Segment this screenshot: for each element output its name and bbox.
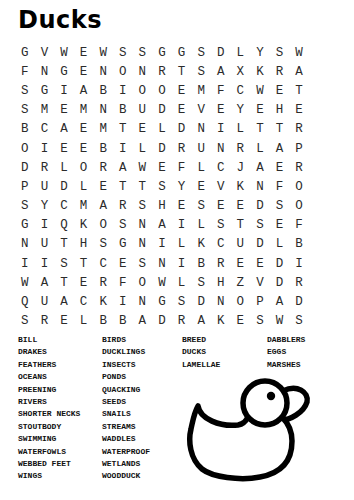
grid-cell-r15-c12: E — [231, 312, 251, 331]
grid-cell-r1-c2: V — [35, 43, 55, 62]
word-list-item: INSECTS — [102, 359, 150, 371]
grid-cell-r11-c11: C — [211, 235, 231, 254]
grid-cell-r11-c3: T — [54, 235, 74, 254]
word-search-grid: GVWEWSSGGSDLYSWFNGENONRTSAXKRASGIABIOOEM… — [15, 43, 309, 331]
grid-cell-r8-c1: P — [15, 177, 35, 196]
grid-cell-r8-c10: E — [191, 177, 211, 196]
grid-cell-r7-c2: R — [35, 158, 55, 177]
grid-cell-r14-c2: U — [35, 292, 55, 311]
grid-cell-r15-c2: R — [35, 312, 55, 331]
grid-cell-r11-c6: G — [113, 235, 133, 254]
grid-cell-r9-c12: E — [231, 197, 251, 216]
grid-cell-r4-c6: B — [113, 101, 133, 120]
grid-cell-r4-c3: E — [54, 101, 74, 120]
grid-cell-r4-c1: S — [15, 101, 35, 120]
grid-cell-r9-c14: S — [270, 197, 290, 216]
grid-cell-r4-c8: D — [152, 101, 172, 120]
grid-cell-r13-c9: L — [172, 273, 192, 292]
grid-cell-r11-c14: L — [270, 235, 290, 254]
word-list-item: WEBBED FEET — [18, 458, 80, 470]
grid-cell-r8-c3: D — [54, 177, 74, 196]
word-list-item: BREED — [182, 334, 220, 346]
grid-cell-r13-c11: H — [211, 273, 231, 292]
grid-cell-r6-c10: U — [191, 139, 211, 158]
grid-cell-r3-c2: G — [35, 81, 55, 100]
grid-cell-r1-c13: Y — [250, 43, 270, 62]
grid-cell-r8-c14: F — [270, 177, 290, 196]
word-list-item: WINGS — [18, 470, 80, 482]
grid-cell-r6-c4: E — [74, 139, 94, 158]
grid-cell-r10-c8: A — [152, 216, 172, 235]
grid-cell-r1-c5: W — [93, 43, 113, 62]
grid-cell-r10-c11: S — [211, 216, 231, 235]
grid-cell-r11-c13: D — [250, 235, 270, 254]
word-list-item: SHORTER NECKS — [18, 408, 80, 420]
grid-cell-r9-c5: A — [93, 197, 113, 216]
grid-cell-r3-c14: E — [270, 81, 290, 100]
rubber-duck-icon — [183, 378, 313, 486]
grid-cell-r3-c4: A — [74, 81, 94, 100]
grid-cell-r12-c10: B — [191, 254, 211, 273]
grid-cell-r7-c9: F — [172, 158, 192, 177]
grid-cell-r12-c9: I — [172, 254, 192, 273]
grid-cell-r2-c15: A — [289, 62, 309, 81]
grid-cell-r2-c12: X — [231, 62, 251, 81]
grid-cell-r7-c7: W — [133, 158, 153, 177]
grid-cell-r11-c1: N — [15, 235, 35, 254]
grid-cell-r5-c11: I — [211, 120, 231, 139]
grid-cell-r7-c14: E — [270, 158, 290, 177]
grid-cell-r8-c9: Y — [172, 177, 192, 196]
grid-cell-r4-c5: N — [93, 101, 113, 120]
grid-cell-r5-c15: R — [289, 120, 309, 139]
grid-cell-r14-c10: D — [191, 292, 211, 311]
grid-cell-r11-c4: H — [74, 235, 94, 254]
grid-cell-r5-c1: B — [15, 120, 35, 139]
word-list-column-1: BILLDRAKESFEATHERSOCEANSPREENINGRIVERSSH… — [18, 334, 80, 483]
grid-cell-r6-c12: R — [231, 139, 251, 158]
grid-cell-r4-c2: M — [35, 101, 55, 120]
grid-cell-r14-c11: N — [211, 292, 231, 311]
grid-cell-r13-c13: V — [250, 273, 270, 292]
grid-cell-r2-c8: R — [152, 62, 172, 81]
grid-cell-r3-c15: T — [289, 81, 309, 100]
grid-cell-r12-c2: I — [35, 254, 55, 273]
grid-cell-r1-c3: W — [54, 43, 74, 62]
grid-cell-r12-c8: N — [152, 254, 172, 273]
grid-cell-r15-c7: A — [133, 312, 153, 331]
grid-cell-r14-c8: G — [152, 292, 172, 311]
grid-cell-r7-c8: E — [152, 158, 172, 177]
grid-cell-r15-c14: W — [270, 312, 290, 331]
grid-cell-r2-c6: O — [113, 62, 133, 81]
grid-cell-r2-c9: T — [172, 62, 192, 81]
grid-cell-r12-c11: R — [211, 254, 231, 273]
grid-cell-r8-c8: S — [152, 177, 172, 196]
grid-cell-r4-c9: E — [172, 101, 192, 120]
word-list-item: WATERFOWLS — [18, 446, 80, 458]
word-list-item: BILL — [18, 334, 80, 346]
grid-cell-r14-c13: P — [250, 292, 270, 311]
grid-cell-r4-c7: U — [133, 101, 153, 120]
grid-cell-r2-c13: K — [250, 62, 270, 81]
grid-cell-r2-c2: N — [35, 62, 55, 81]
grid-cell-r12-c4: T — [74, 254, 94, 273]
grid-cell-r1-c11: D — [211, 43, 231, 62]
grid-cell-r15-c15: S — [289, 312, 309, 331]
grid-cell-r3-c3: I — [54, 81, 74, 100]
grid-cell-r12-c13: E — [250, 254, 270, 273]
grid-cell-r14-c7: N — [133, 292, 153, 311]
grid-cell-r8-c12: K — [231, 177, 251, 196]
grid-cell-r15-c11: K — [211, 312, 231, 331]
grid-cell-r7-c13: A — [250, 158, 270, 177]
grid-cell-r9-c11: E — [211, 197, 231, 216]
grid-cell-r12-c3: S — [54, 254, 74, 273]
grid-cell-r13-c10: S — [191, 273, 211, 292]
word-search-worksheet: Ducks GVWEWSSGGSDLYSWFNGENONRTSAXKRASGIA… — [0, 0, 354, 500]
grid-cell-r9-c6: R — [113, 197, 133, 216]
grid-cell-r5-c3: A — [54, 120, 74, 139]
grid-cell-r5-c7: E — [133, 120, 153, 139]
grid-cell-r4-c13: E — [250, 101, 270, 120]
grid-cell-r13-c1: W — [15, 273, 35, 292]
grid-cell-r5-c10: N — [191, 120, 211, 139]
grid-cell-r8-c13: N — [250, 177, 270, 196]
word-list-item: MARSHES — [267, 359, 305, 371]
grid-cell-r14-c1: Q — [15, 292, 35, 311]
grid-cell-r10-c3: Q — [54, 216, 74, 235]
grid-cell-r11-c5: S — [93, 235, 113, 254]
grid-cell-r6-c11: N — [211, 139, 231, 158]
grid-cell-r10-c4: K — [74, 216, 94, 235]
word-list-item: WADDLES — [102, 433, 150, 445]
grid-cell-r11-c10: K — [191, 235, 211, 254]
grid-cell-r6-c3: E — [54, 139, 74, 158]
word-list-item: WOODDUCK — [102, 470, 150, 482]
grid-cell-r15-c8: D — [152, 312, 172, 331]
grid-cell-r9-c13: D — [250, 197, 270, 216]
grid-cell-r5-c9: D — [172, 120, 192, 139]
grid-cell-r12-c7: S — [133, 254, 153, 273]
grid-cell-r1-c8: G — [152, 43, 172, 62]
word-list-item: STREAMS — [102, 421, 150, 433]
grid-cell-r3-c8: O — [152, 81, 172, 100]
grid-cell-r3-c12: C — [231, 81, 251, 100]
grid-cell-r13-c15: R — [289, 273, 309, 292]
grid-cell-r5-c4: E — [74, 120, 94, 139]
grid-cell-r8-c11: V — [211, 177, 231, 196]
grid-cell-r2-c7: N — [133, 62, 153, 81]
grid-cell-r7-c4: O — [74, 158, 94, 177]
grid-cell-r14-c15: D — [289, 292, 309, 311]
grid-cell-r1-c15: W — [289, 43, 309, 62]
grid-cell-r1-c6: S — [113, 43, 133, 62]
grid-cell-r12-c12: E — [231, 254, 251, 273]
word-list-item: DRAKES — [18, 346, 80, 358]
grid-cell-r9-c3: C — [54, 197, 74, 216]
grid-cell-r4-c4: M — [74, 101, 94, 120]
grid-cell-r15-c13: S — [250, 312, 270, 331]
grid-cell-r9-c15: O — [289, 197, 309, 216]
word-list-item: PREENING — [18, 384, 80, 396]
grid-cell-r15-c10: A — [191, 312, 211, 331]
grid-cell-r15-c9: R — [172, 312, 192, 331]
grid-cell-r10-c15: F — [289, 216, 309, 235]
grid-cell-r6-c13: L — [250, 139, 270, 158]
grid-cell-r3-c9: E — [172, 81, 192, 100]
grid-cell-r10-c7: N — [133, 216, 153, 235]
word-list-item: SWIMMING — [18, 433, 80, 445]
word-list-column-4: DABBLERSEGGSMARSHES — [267, 334, 305, 371]
grid-cell-r7-c11: C — [211, 158, 231, 177]
word-list-item: LAMELLAE — [182, 359, 220, 371]
grid-cell-r1-c14: S — [270, 43, 290, 62]
grid-cell-r4-c10: V — [191, 101, 211, 120]
grid-cell-r11-c8: I — [152, 235, 172, 254]
grid-cell-r14-c6: I — [113, 292, 133, 311]
grid-cell-r1-c1: G — [15, 43, 35, 62]
grid-cell-r3-c5: B — [93, 81, 113, 100]
grid-cell-r10-c5: O — [93, 216, 113, 235]
grid-cell-r13-c5: R — [93, 273, 113, 292]
grid-cell-r8-c6: T — [113, 177, 133, 196]
grid-cell-r8-c2: U — [35, 177, 55, 196]
grid-cell-r9-c4: M — [74, 197, 94, 216]
grid-cell-r9-c10: S — [191, 197, 211, 216]
grid-cell-r3-c1: S — [15, 81, 35, 100]
word-list-item: SEEDS — [102, 396, 150, 408]
grid-cell-r9-c2: Y — [35, 197, 55, 216]
grid-cell-r10-c2: I — [35, 216, 55, 235]
grid-cell-r6-c1: O — [15, 139, 35, 158]
grid-cell-r12-c6: E — [113, 254, 133, 273]
grid-cell-r11-c7: N — [133, 235, 153, 254]
grid-cell-r7-c1: D — [15, 158, 35, 177]
grid-cell-r3-c10: M — [191, 81, 211, 100]
grid-cell-r6-c8: D — [152, 139, 172, 158]
grid-cell-r11-c12: U — [231, 235, 251, 254]
grid-cell-r6-c5: B — [93, 139, 113, 158]
grid-cell-r8-c4: L — [74, 177, 94, 196]
grid-cell-r11-c15: B — [289, 235, 309, 254]
word-list-item: QUACKING — [102, 384, 150, 396]
grid-cell-r10-c6: S — [113, 216, 133, 235]
grid-cell-r10-c1: G — [15, 216, 35, 235]
grid-cell-r7-c15: R — [289, 158, 309, 177]
word-list-item: DUCKLINGS — [102, 346, 150, 358]
grid-cell-r4-c15: E — [289, 101, 309, 120]
grid-cell-r15-c3: E — [54, 312, 74, 331]
grid-cell-r15-c5: B — [93, 312, 113, 331]
word-list-item: EGGS — [267, 346, 305, 358]
grid-cell-r6-c9: R — [172, 139, 192, 158]
grid-cell-r2-c10: S — [191, 62, 211, 81]
grid-cell-r12-c15: I — [289, 254, 309, 273]
word-list-column-2: BIRDSDUCKLINGSINSECTSPONDSQUACKINGSEEDSS… — [102, 334, 150, 483]
grid-cell-r7-c6: A — [113, 158, 133, 177]
grid-cell-r1-c7: S — [133, 43, 153, 62]
grid-cell-r5-c12: L — [231, 120, 251, 139]
grid-cell-r8-c15: O — [289, 177, 309, 196]
grid-cell-r1-c12: L — [231, 43, 251, 62]
grid-cell-r12-c14: D — [270, 254, 290, 273]
grid-cell-r1-c4: E — [74, 43, 94, 62]
grid-cell-r6-c15: P — [289, 139, 309, 158]
grid-cell-r6-c6: I — [113, 139, 133, 158]
grid-cell-r4-c14: H — [270, 101, 290, 120]
grid-cell-r11-c2: U — [35, 235, 55, 254]
grid-cell-r15-c4: L — [74, 312, 94, 331]
grid-cell-r7-c10: L — [191, 158, 211, 177]
grid-cell-r9-c7: S — [133, 197, 153, 216]
grid-cell-r13-c8: W — [152, 273, 172, 292]
grid-cell-r11-c9: L — [172, 235, 192, 254]
word-list-item: WETLANDS — [102, 458, 150, 470]
grid-cell-r5-c2: C — [35, 120, 55, 139]
grid-cell-r14-c14: A — [270, 292, 290, 311]
grid-cell-r14-c4: C — [74, 292, 94, 311]
grid-cell-r2-c5: N — [93, 62, 113, 81]
grid-cell-r12-c5: C — [93, 254, 113, 273]
word-list-item: OCEANS — [18, 371, 80, 383]
grid-cell-r13-c6: F — [113, 273, 133, 292]
word-list-item: DUCKS — [182, 346, 220, 358]
grid-cell-r1-c9: G — [172, 43, 192, 62]
grid-cell-r4-c11: E — [211, 101, 231, 120]
grid-cell-r9-c9: E — [172, 197, 192, 216]
grid-cell-r3-c7: O — [133, 81, 153, 100]
grid-cell-r5-c5: M — [93, 120, 113, 139]
grid-cell-r14-c9: S — [172, 292, 192, 311]
grid-cell-r14-c3: A — [54, 292, 74, 311]
word-list-item: STOUTBODY — [18, 421, 80, 433]
grid-cell-r14-c5: K — [93, 292, 113, 311]
word-list-item: WATERPROOF — [102, 446, 150, 458]
grid-cell-r1-c10: S — [191, 43, 211, 62]
grid-cell-r6-c7: L — [133, 139, 153, 158]
puzzle-title: Ducks — [18, 6, 102, 34]
grid-cell-r2-c4: E — [74, 62, 94, 81]
grid-cell-r2-c14: R — [270, 62, 290, 81]
word-list-item: FEATHERS — [18, 359, 80, 371]
grid-cell-r3-c11: F — [211, 81, 231, 100]
grid-cell-r8-c7: T — [133, 177, 153, 196]
grid-cell-r10-c12: T — [231, 216, 251, 235]
word-list-item: SNAILS — [102, 408, 150, 420]
grid-cell-r3-c6: I — [113, 81, 133, 100]
grid-cell-r7-c5: R — [93, 158, 113, 177]
grid-cell-r10-c14: E — [270, 216, 290, 235]
grid-cell-r12-c1: I — [15, 254, 35, 273]
grid-cell-r4-c12: Y — [231, 101, 251, 120]
grid-cell-r10-c13: S — [250, 216, 270, 235]
grid-cell-r5-c8: L — [152, 120, 172, 139]
word-list-item: BIRDS — [102, 334, 150, 346]
grid-cell-r7-c12: J — [231, 158, 251, 177]
grid-cell-r14-c12: O — [231, 292, 251, 311]
word-list-item: RIVERS — [18, 396, 80, 408]
grid-cell-r10-c9: I — [172, 216, 192, 235]
grid-cell-r5-c14: T — [270, 120, 290, 139]
grid-cell-r10-c10: L — [191, 216, 211, 235]
grid-cell-r3-c13: W — [250, 81, 270, 100]
grid-cell-r13-c4: E — [74, 273, 94, 292]
grid-cell-r5-c13: T — [250, 120, 270, 139]
grid-cell-r2-c1: F — [15, 62, 35, 81]
grid-cell-r8-c5: E — [93, 177, 113, 196]
grid-cell-r2-c3: G — [54, 62, 74, 81]
word-list-column-3: BREEDDUCKSLAMELLAE — [182, 334, 220, 371]
grid-cell-r15-c1: S — [15, 312, 35, 331]
grid-cell-r6-c2: I — [35, 139, 55, 158]
duck-head — [243, 381, 287, 425]
grid-cell-r13-c12: Z — [231, 273, 251, 292]
grid-cell-r9-c8: H — [152, 197, 172, 216]
grid-cell-r7-c3: L — [54, 158, 74, 177]
grid-cell-r13-c2: A — [35, 273, 55, 292]
grid-cell-r2-c11: A — [211, 62, 231, 81]
grid-cell-r15-c6: B — [113, 312, 133, 331]
grid-cell-r13-c3: T — [54, 273, 74, 292]
grid-cell-r13-c14: D — [270, 273, 290, 292]
word-list-item: DABBLERS — [267, 334, 305, 346]
grid-cell-r13-c7: O — [133, 273, 153, 292]
grid-cell-r6-c14: A — [270, 139, 290, 158]
grid-cell-r9-c1: S — [15, 197, 35, 216]
grid-cell-r5-c6: T — [113, 120, 133, 139]
duck-eye — [267, 392, 275, 400]
word-list-item: PONDS — [102, 371, 150, 383]
